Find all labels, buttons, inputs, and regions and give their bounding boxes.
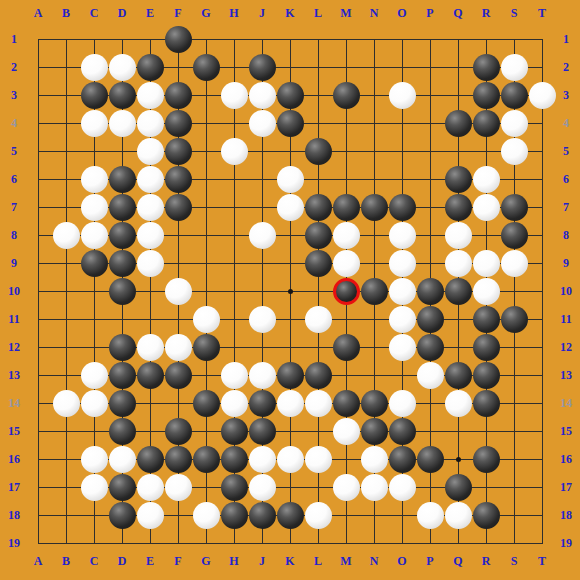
intersection-B9[interactable] (52, 249, 80, 277)
intersection-B11[interactable] (52, 305, 80, 333)
intersection-O17[interactable] (388, 473, 416, 501)
intersection-C9[interactable] (80, 249, 108, 277)
intersection-H5[interactable] (220, 137, 248, 165)
intersection-K14[interactable] (276, 389, 304, 417)
intersection-O1[interactable] (388, 25, 416, 53)
intersection-H10[interactable] (220, 277, 248, 305)
intersection-C4[interactable] (80, 109, 108, 137)
intersection-P14[interactable] (416, 389, 444, 417)
intersection-D16[interactable] (108, 445, 136, 473)
intersection-Q10[interactable] (444, 277, 472, 305)
intersection-A12[interactable] (24, 333, 52, 361)
intersection-E5[interactable] (136, 137, 164, 165)
intersection-B12[interactable] (52, 333, 80, 361)
intersection-L10[interactable] (304, 277, 332, 305)
intersection-B4[interactable] (52, 109, 80, 137)
intersection-Q14[interactable] (444, 389, 472, 417)
intersection-K7[interactable] (276, 193, 304, 221)
intersection-M8[interactable] (332, 221, 360, 249)
intersection-L3[interactable] (304, 81, 332, 109)
intersection-J9[interactable] (248, 249, 276, 277)
intersection-B17[interactable] (52, 473, 80, 501)
intersection-R14[interactable] (472, 389, 500, 417)
intersection-R16[interactable] (472, 445, 500, 473)
intersection-A4[interactable] (24, 109, 52, 137)
intersection-G15[interactable] (192, 417, 220, 445)
intersection-S1[interactable] (500, 25, 528, 53)
intersection-F2[interactable] (164, 53, 192, 81)
intersection-R6[interactable] (472, 165, 500, 193)
intersection-P3[interactable] (416, 81, 444, 109)
intersection-M14[interactable] (332, 389, 360, 417)
intersection-R1[interactable] (472, 25, 500, 53)
intersection-G18[interactable] (192, 501, 220, 529)
intersection-G7[interactable] (192, 193, 220, 221)
intersection-C14[interactable] (80, 389, 108, 417)
intersection-N17[interactable] (360, 473, 388, 501)
intersection-M7[interactable] (332, 193, 360, 221)
intersection-G11[interactable] (192, 305, 220, 333)
intersection-S5[interactable] (500, 137, 528, 165)
intersection-D18[interactable] (108, 501, 136, 529)
intersection-Q4[interactable] (444, 109, 472, 137)
intersection-E1[interactable] (136, 25, 164, 53)
intersection-F7[interactable] (164, 193, 192, 221)
intersection-P12[interactable] (416, 333, 444, 361)
intersection-J3[interactable] (248, 81, 276, 109)
intersection-S7[interactable] (500, 193, 528, 221)
intersection-S6[interactable] (500, 165, 528, 193)
intersection-C15[interactable] (80, 417, 108, 445)
intersection-N9[interactable] (360, 249, 388, 277)
intersection-J6[interactable] (248, 165, 276, 193)
intersection-N8[interactable] (360, 221, 388, 249)
intersection-H8[interactable] (220, 221, 248, 249)
intersection-L5[interactable] (304, 137, 332, 165)
intersection-H7[interactable] (220, 193, 248, 221)
intersection-L4[interactable] (304, 109, 332, 137)
intersection-P10[interactable] (416, 277, 444, 305)
intersection-P9[interactable] (416, 249, 444, 277)
intersection-J15[interactable] (248, 417, 276, 445)
intersection-H15[interactable] (220, 417, 248, 445)
intersection-D17[interactable] (108, 473, 136, 501)
intersection-K10[interactable] (276, 277, 304, 305)
intersection-S13[interactable] (500, 361, 528, 389)
intersection-B16[interactable] (52, 445, 80, 473)
intersection-S4[interactable] (500, 109, 528, 137)
intersection-F3[interactable] (164, 81, 192, 109)
intersection-E4[interactable] (136, 109, 164, 137)
intersection-J8[interactable] (248, 221, 276, 249)
intersection-L8[interactable] (304, 221, 332, 249)
intersection-M17[interactable] (332, 473, 360, 501)
intersection-C17[interactable] (80, 473, 108, 501)
intersection-J17[interactable] (248, 473, 276, 501)
intersection-F9[interactable] (164, 249, 192, 277)
intersection-L12[interactable] (304, 333, 332, 361)
intersection-O12[interactable] (388, 333, 416, 361)
intersection-H3[interactable] (220, 81, 248, 109)
intersection-D10[interactable] (108, 277, 136, 305)
intersection-G5[interactable] (192, 137, 220, 165)
intersection-J18[interactable] (248, 501, 276, 529)
intersection-D8[interactable] (108, 221, 136, 249)
intersection-K18[interactable] (276, 501, 304, 529)
intersection-D3[interactable] (108, 81, 136, 109)
intersection-E15[interactable] (136, 417, 164, 445)
intersection-N10[interactable] (360, 277, 388, 305)
intersection-L11[interactable] (304, 305, 332, 333)
intersection-A5[interactable] (24, 137, 52, 165)
intersection-Q13[interactable] (444, 361, 472, 389)
intersection-D13[interactable] (108, 361, 136, 389)
intersection-O15[interactable] (388, 417, 416, 445)
intersection-K15[interactable] (276, 417, 304, 445)
intersection-H2[interactable] (220, 53, 248, 81)
intersection-B6[interactable] (52, 165, 80, 193)
intersection-O6[interactable] (388, 165, 416, 193)
intersection-G9[interactable] (192, 249, 220, 277)
intersection-J2[interactable] (248, 53, 276, 81)
intersection-K3[interactable] (276, 81, 304, 109)
intersection-D7[interactable] (108, 193, 136, 221)
intersection-G2[interactable] (192, 53, 220, 81)
intersection-B2[interactable] (52, 53, 80, 81)
intersection-R15[interactable] (472, 417, 500, 445)
intersection-O8[interactable] (388, 221, 416, 249)
intersection-N3[interactable] (360, 81, 388, 109)
intersection-G8[interactable] (192, 221, 220, 249)
intersection-O10[interactable] (388, 277, 416, 305)
intersection-A18[interactable] (24, 501, 52, 529)
intersection-K16[interactable] (276, 445, 304, 473)
intersection-S17[interactable] (500, 473, 528, 501)
intersection-C18[interactable] (80, 501, 108, 529)
intersection-N1[interactable] (360, 25, 388, 53)
intersection-M12[interactable] (332, 333, 360, 361)
intersection-P18[interactable] (416, 501, 444, 529)
intersection-M6[interactable] (332, 165, 360, 193)
intersection-E7[interactable] (136, 193, 164, 221)
intersection-L9[interactable] (304, 249, 332, 277)
intersection-R9[interactable] (472, 249, 500, 277)
intersection-P1[interactable] (416, 25, 444, 53)
intersection-G13[interactable] (192, 361, 220, 389)
intersection-Q18[interactable] (444, 501, 472, 529)
intersection-N15[interactable] (360, 417, 388, 445)
intersection-F8[interactable] (164, 221, 192, 249)
intersection-R5[interactable] (472, 137, 500, 165)
intersection-R2[interactable] (472, 53, 500, 81)
intersection-K6[interactable] (276, 165, 304, 193)
intersection-H14[interactable] (220, 389, 248, 417)
intersection-D14[interactable] (108, 389, 136, 417)
intersection-Q2[interactable] (444, 53, 472, 81)
intersection-D6[interactable] (108, 165, 136, 193)
intersection-S18[interactable] (500, 501, 528, 529)
intersection-P13[interactable] (416, 361, 444, 389)
intersection-S9[interactable] (500, 249, 528, 277)
intersection-S15[interactable] (500, 417, 528, 445)
intersection-R11[interactable] (472, 305, 500, 333)
intersection-F17[interactable] (164, 473, 192, 501)
intersection-G1[interactable] (192, 25, 220, 53)
intersection-J4[interactable] (248, 109, 276, 137)
intersection-C10[interactable] (80, 277, 108, 305)
intersection-B8[interactable] (52, 221, 80, 249)
intersection-P16[interactable] (416, 445, 444, 473)
intersection-A13[interactable] (24, 361, 52, 389)
intersection-A9[interactable] (24, 249, 52, 277)
intersection-G14[interactable] (192, 389, 220, 417)
intersection-S14[interactable] (500, 389, 528, 417)
intersection-D11[interactable] (108, 305, 136, 333)
intersection-N11[interactable] (360, 305, 388, 333)
intersection-G4[interactable] (192, 109, 220, 137)
intersection-S12[interactable] (500, 333, 528, 361)
intersection-N18[interactable] (360, 501, 388, 529)
intersection-P6[interactable] (416, 165, 444, 193)
intersection-G3[interactable] (192, 81, 220, 109)
intersection-E6[interactable] (136, 165, 164, 193)
intersection-R18[interactable] (472, 501, 500, 529)
intersection-R7[interactable] (472, 193, 500, 221)
intersection-G12[interactable] (192, 333, 220, 361)
intersection-R17[interactable] (472, 473, 500, 501)
intersection-J11[interactable] (248, 305, 276, 333)
intersection-A6[interactable] (24, 165, 52, 193)
intersection-E18[interactable] (136, 501, 164, 529)
intersection-L2[interactable] (304, 53, 332, 81)
intersection-D9[interactable] (108, 249, 136, 277)
intersection-C8[interactable] (80, 221, 108, 249)
intersection-F5[interactable] (164, 137, 192, 165)
intersection-E2[interactable] (136, 53, 164, 81)
intersection-K4[interactable] (276, 109, 304, 137)
intersection-M18[interactable] (332, 501, 360, 529)
intersection-D2[interactable] (108, 53, 136, 81)
intersection-M11[interactable] (332, 305, 360, 333)
intersection-O3[interactable] (388, 81, 416, 109)
intersection-F12[interactable] (164, 333, 192, 361)
intersection-R10[interactable] (472, 277, 500, 305)
intersection-O4[interactable] (388, 109, 416, 137)
intersection-O14[interactable] (388, 389, 416, 417)
intersection-N5[interactable] (360, 137, 388, 165)
intersection-B5[interactable] (52, 137, 80, 165)
intersection-P17[interactable] (416, 473, 444, 501)
intersection-N2[interactable] (360, 53, 388, 81)
intersection-H16[interactable] (220, 445, 248, 473)
intersection-F14[interactable] (164, 389, 192, 417)
intersection-J10[interactable] (248, 277, 276, 305)
intersection-A16[interactable] (24, 445, 52, 473)
intersection-L14[interactable] (304, 389, 332, 417)
intersection-E14[interactable] (136, 389, 164, 417)
intersection-E13[interactable] (136, 361, 164, 389)
intersection-M9[interactable] (332, 249, 360, 277)
intersection-A17[interactable] (24, 473, 52, 501)
intersection-Q5[interactable] (444, 137, 472, 165)
intersection-M16[interactable] (332, 445, 360, 473)
intersection-E11[interactable] (136, 305, 164, 333)
intersection-M4[interactable] (332, 109, 360, 137)
intersection-E16[interactable] (136, 445, 164, 473)
intersection-F10[interactable] (164, 277, 192, 305)
intersection-B3[interactable] (52, 81, 80, 109)
intersection-M13[interactable] (332, 361, 360, 389)
intersection-B7[interactable] (52, 193, 80, 221)
intersection-M15[interactable] (332, 417, 360, 445)
intersection-C12[interactable] (80, 333, 108, 361)
intersection-Q17[interactable] (444, 473, 472, 501)
intersection-O2[interactable] (388, 53, 416, 81)
intersection-A11[interactable] (24, 305, 52, 333)
intersection-E12[interactable] (136, 333, 164, 361)
intersection-O11[interactable] (388, 305, 416, 333)
intersection-D4[interactable] (108, 109, 136, 137)
intersection-R4[interactable] (472, 109, 500, 137)
intersection-D1[interactable] (108, 25, 136, 53)
intersection-B1[interactable] (52, 25, 80, 53)
intersection-N6[interactable] (360, 165, 388, 193)
intersection-A15[interactable] (24, 417, 52, 445)
intersection-H17[interactable] (220, 473, 248, 501)
intersection-N4[interactable] (360, 109, 388, 137)
intersection-G6[interactable] (192, 165, 220, 193)
intersection-Q7[interactable] (444, 193, 472, 221)
intersection-B18[interactable] (52, 501, 80, 529)
intersection-C6[interactable] (80, 165, 108, 193)
intersection-K11[interactable] (276, 305, 304, 333)
intersection-K13[interactable] (276, 361, 304, 389)
intersection-K12[interactable] (276, 333, 304, 361)
intersection-N14[interactable] (360, 389, 388, 417)
intersection-C7[interactable] (80, 193, 108, 221)
intersection-J12[interactable] (248, 333, 276, 361)
intersection-J1[interactable] (248, 25, 276, 53)
intersection-P2[interactable] (416, 53, 444, 81)
intersection-N12[interactable] (360, 333, 388, 361)
intersection-B10[interactable] (52, 277, 80, 305)
intersection-G17[interactable] (192, 473, 220, 501)
intersection-P4[interactable] (416, 109, 444, 137)
intersection-D5[interactable] (108, 137, 136, 165)
intersection-S11[interactable] (500, 305, 528, 333)
intersection-R13[interactable] (472, 361, 500, 389)
intersection-C11[interactable] (80, 305, 108, 333)
intersection-N7[interactable] (360, 193, 388, 221)
intersection-S2[interactable] (500, 53, 528, 81)
intersection-Q12[interactable] (444, 333, 472, 361)
intersection-G10[interactable] (192, 277, 220, 305)
intersection-N13[interactable] (360, 361, 388, 389)
intersection-Q6[interactable] (444, 165, 472, 193)
intersection-Q15[interactable] (444, 417, 472, 445)
intersection-H12[interactable] (220, 333, 248, 361)
intersection-E3[interactable] (136, 81, 164, 109)
intersection-P15[interactable] (416, 417, 444, 445)
intersection-M2[interactable] (332, 53, 360, 81)
intersection-H11[interactable] (220, 305, 248, 333)
intersection-C3[interactable] (80, 81, 108, 109)
intersection-K17[interactable] (276, 473, 304, 501)
intersection-B13[interactable] (52, 361, 80, 389)
intersection-F13[interactable] (164, 361, 192, 389)
intersection-F1[interactable] (164, 25, 192, 53)
intersection-L15[interactable] (304, 417, 332, 445)
intersection-F15[interactable] (164, 417, 192, 445)
intersection-E9[interactable] (136, 249, 164, 277)
intersection-J7[interactable] (248, 193, 276, 221)
intersection-O16[interactable] (388, 445, 416, 473)
intersection-K2[interactable] (276, 53, 304, 81)
intersection-K9[interactable] (276, 249, 304, 277)
intersection-A3[interactable] (24, 81, 52, 109)
intersection-R12[interactable] (472, 333, 500, 361)
intersection-D12[interactable] (108, 333, 136, 361)
intersection-L13[interactable] (304, 361, 332, 389)
intersection-L6[interactable] (304, 165, 332, 193)
intersection-M10[interactable] (332, 277, 360, 305)
intersection-S3[interactable] (500, 81, 528, 109)
intersection-J13[interactable] (248, 361, 276, 389)
intersection-Q11[interactable] (444, 305, 472, 333)
intersection-C5[interactable] (80, 137, 108, 165)
intersection-L16[interactable] (304, 445, 332, 473)
intersection-O9[interactable] (388, 249, 416, 277)
intersection-H13[interactable] (220, 361, 248, 389)
intersection-A10[interactable] (24, 277, 52, 305)
intersection-M3[interactable] (332, 81, 360, 109)
intersection-K1[interactable] (276, 25, 304, 53)
intersection-E8[interactable] (136, 221, 164, 249)
intersection-C13[interactable] (80, 361, 108, 389)
intersection-Q16[interactable] (444, 445, 472, 473)
intersection-P11[interactable] (416, 305, 444, 333)
intersection-S8[interactable] (500, 221, 528, 249)
intersection-Q1[interactable] (444, 25, 472, 53)
intersection-P7[interactable] (416, 193, 444, 221)
intersection-O13[interactable] (388, 361, 416, 389)
intersection-K8[interactable] (276, 221, 304, 249)
intersection-M1[interactable] (332, 25, 360, 53)
intersection-G16[interactable] (192, 445, 220, 473)
intersection-O7[interactable] (388, 193, 416, 221)
intersection-O5[interactable] (388, 137, 416, 165)
intersection-K5[interactable] (276, 137, 304, 165)
intersection-E10[interactable] (136, 277, 164, 305)
intersection-L7[interactable] (304, 193, 332, 221)
intersection-P8[interactable] (416, 221, 444, 249)
intersection-A7[interactable] (24, 193, 52, 221)
intersection-A14[interactable] (24, 389, 52, 417)
intersection-A1[interactable] (24, 25, 52, 53)
intersection-O18[interactable] (388, 501, 416, 529)
intersection-S10[interactable] (500, 277, 528, 305)
intersection-B14[interactable] (52, 389, 80, 417)
intersection-L1[interactable] (304, 25, 332, 53)
intersection-F4[interactable] (164, 109, 192, 137)
intersection-C16[interactable] (80, 445, 108, 473)
intersection-S16[interactable] (500, 445, 528, 473)
intersection-F16[interactable] (164, 445, 192, 473)
intersection-P5[interactable] (416, 137, 444, 165)
intersection-J5[interactable] (248, 137, 276, 165)
intersection-Q8[interactable] (444, 221, 472, 249)
intersection-C2[interactable] (80, 53, 108, 81)
